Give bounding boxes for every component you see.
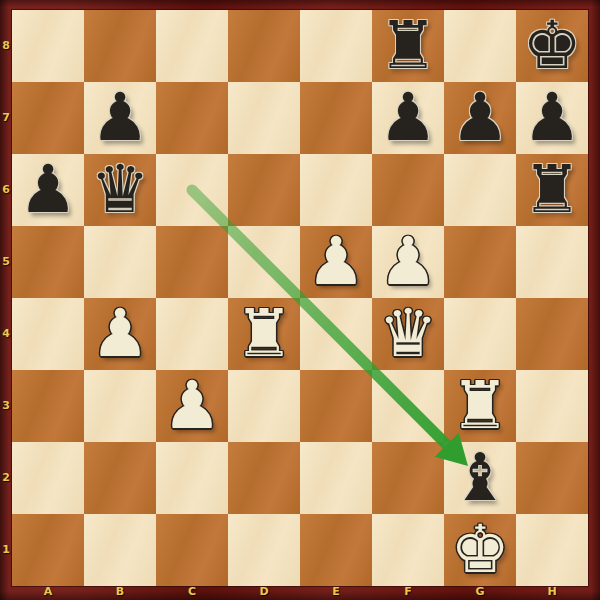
file-labels: ABCDEFGH xyxy=(12,585,588,600)
rank-label-6: 6 xyxy=(0,154,12,226)
square-c7[interactable] xyxy=(156,82,228,154)
chess-board: ♜♚♟♟♟♟♟♛♜♟♟♟♜♛♟♜♝♚ xyxy=(12,10,588,586)
rank-label-2: 2 xyxy=(0,442,12,514)
square-g8[interactable] xyxy=(444,10,516,82)
square-e7[interactable] xyxy=(300,82,372,154)
square-a7[interactable] xyxy=(12,82,84,154)
piece-black-pawn-a6[interactable]: ♟ xyxy=(12,154,84,226)
square-b8[interactable] xyxy=(84,10,156,82)
piece-black-pawn-h7[interactable]: ♟ xyxy=(516,82,588,154)
piece-white-pawn-f5[interactable]: ♟ xyxy=(372,226,444,298)
square-c2[interactable] xyxy=(156,442,228,514)
square-f1[interactable] xyxy=(372,514,444,586)
rank-labels: 87654321 xyxy=(0,10,12,586)
square-h3[interactable] xyxy=(516,370,588,442)
square-c5[interactable] xyxy=(156,226,228,298)
square-d6[interactable] xyxy=(228,154,300,226)
chess-board-window: ♜♚♟♟♟♟♟♛♜♟♟♟♜♛♟♜♝♚ 87654321 ABCDEFGH xyxy=(0,0,600,600)
piece-black-rook-f8[interactable]: ♜ xyxy=(372,10,444,82)
piece-white-pawn-e5[interactable]: ♟ xyxy=(300,226,372,298)
square-a8[interactable] xyxy=(12,10,84,82)
rank-label-7: 7 xyxy=(0,82,12,154)
rank-label-3: 3 xyxy=(0,370,12,442)
square-b2[interactable] xyxy=(84,442,156,514)
piece-black-pawn-g7[interactable]: ♟ xyxy=(444,82,516,154)
square-f3[interactable] xyxy=(372,370,444,442)
piece-white-pawn-c3[interactable]: ♟ xyxy=(156,370,228,442)
square-c4[interactable] xyxy=(156,298,228,370)
square-b5[interactable] xyxy=(84,226,156,298)
square-a2[interactable] xyxy=(12,442,84,514)
square-h2[interactable] xyxy=(516,442,588,514)
square-e1[interactable] xyxy=(300,514,372,586)
piece-white-queen-f4[interactable]: ♛ xyxy=(372,298,444,370)
square-e3[interactable] xyxy=(300,370,372,442)
square-d5[interactable] xyxy=(228,226,300,298)
file-label-b: B xyxy=(84,585,156,600)
square-e2[interactable] xyxy=(300,442,372,514)
square-e4[interactable] xyxy=(300,298,372,370)
piece-black-king-h8[interactable]: ♚ xyxy=(516,10,588,82)
rank-label-5: 5 xyxy=(0,226,12,298)
square-e8[interactable] xyxy=(300,10,372,82)
square-d8[interactable] xyxy=(228,10,300,82)
square-g6[interactable] xyxy=(444,154,516,226)
square-a3[interactable] xyxy=(12,370,84,442)
square-g4[interactable] xyxy=(444,298,516,370)
file-label-g: G xyxy=(444,585,516,600)
piece-white-rook-g3[interactable]: ♜ xyxy=(444,370,516,442)
square-h5[interactable] xyxy=(516,226,588,298)
file-label-e: E xyxy=(300,585,372,600)
piece-white-rook-d4[interactable]: ♜ xyxy=(228,298,300,370)
square-a5[interactable] xyxy=(12,226,84,298)
file-label-f: F xyxy=(372,585,444,600)
square-b1[interactable] xyxy=(84,514,156,586)
square-f6[interactable] xyxy=(372,154,444,226)
square-c6[interactable] xyxy=(156,154,228,226)
square-h1[interactable] xyxy=(516,514,588,586)
square-c8[interactable] xyxy=(156,10,228,82)
file-label-d: D xyxy=(228,585,300,600)
square-e6[interactable] xyxy=(300,154,372,226)
square-b3[interactable] xyxy=(84,370,156,442)
piece-black-pawn-b7[interactable]: ♟ xyxy=(84,82,156,154)
square-h4[interactable] xyxy=(516,298,588,370)
square-c1[interactable] xyxy=(156,514,228,586)
piece-black-queen-b6[interactable]: ♛ xyxy=(84,154,156,226)
square-g5[interactable] xyxy=(444,226,516,298)
rank-label-4: 4 xyxy=(0,298,12,370)
piece-white-king-g1[interactable]: ♚ xyxy=(444,514,516,586)
square-d7[interactable] xyxy=(228,82,300,154)
piece-black-pawn-f7[interactable]: ♟ xyxy=(372,82,444,154)
piece-black-rook-h6[interactable]: ♜ xyxy=(516,154,588,226)
piece-black-bishop-g2[interactable]: ♝ xyxy=(444,442,516,514)
square-d3[interactable] xyxy=(228,370,300,442)
square-f2[interactable] xyxy=(372,442,444,514)
square-a1[interactable] xyxy=(12,514,84,586)
square-d1[interactable] xyxy=(228,514,300,586)
file-label-a: A xyxy=(12,585,84,600)
square-a4[interactable] xyxy=(12,298,84,370)
rank-label-1: 1 xyxy=(0,514,12,586)
square-d2[interactable] xyxy=(228,442,300,514)
file-label-c: C xyxy=(156,585,228,600)
piece-white-pawn-b4[interactable]: ♟ xyxy=(84,298,156,370)
rank-label-8: 8 xyxy=(0,10,12,82)
file-label-h: H xyxy=(516,585,588,600)
